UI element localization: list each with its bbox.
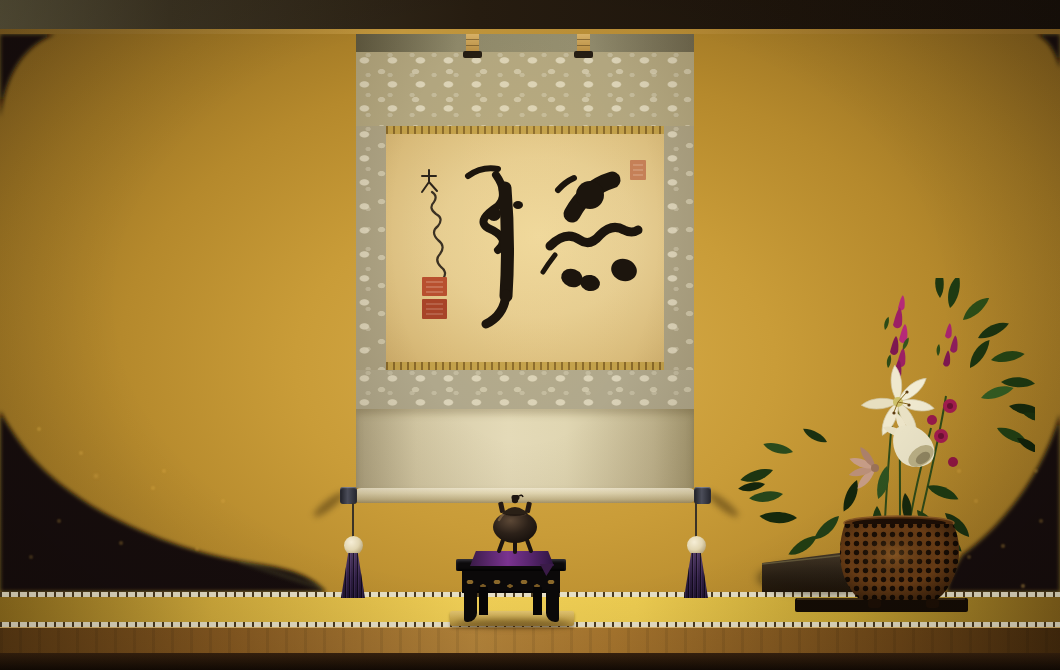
scroll-brocade-bottom xyxy=(356,370,694,409)
scroll-hanger-clip-left xyxy=(463,51,482,58)
fuchin-cord-left xyxy=(352,503,354,538)
fuchin-ball-right xyxy=(687,536,706,555)
koro-ear-left xyxy=(498,501,505,513)
scroll-lower-field xyxy=(356,409,694,488)
scroll-brocade-left xyxy=(356,126,386,409)
scroll-hanger-left xyxy=(466,33,479,52)
scroll-hanger-clip-right xyxy=(574,51,593,58)
basket-foot-left xyxy=(868,599,881,608)
wood-front-rail xyxy=(0,627,1060,656)
basket-foot-right xyxy=(926,599,939,608)
incense-burner xyxy=(485,494,545,556)
roller-knob-left xyxy=(340,487,357,504)
lion-finial xyxy=(512,495,524,503)
stand-leg-back-right xyxy=(533,587,542,615)
scroll-hanger-right xyxy=(577,33,590,52)
lintel-beam xyxy=(0,0,1060,30)
fuchin-ball-left xyxy=(344,536,363,555)
koro-lid xyxy=(502,507,528,514)
corner-seal xyxy=(630,160,646,180)
tokonoma-scene: 無事 xyxy=(0,0,1060,670)
stand-leg-front-right xyxy=(546,589,559,622)
character-ji xyxy=(468,168,523,324)
floor-shadow xyxy=(0,653,1060,670)
hanging-rail xyxy=(0,29,1060,34)
calligraphy-artwork xyxy=(386,134,664,362)
character-mu xyxy=(543,178,640,293)
scroll-brocade-top xyxy=(356,52,694,126)
scroll-ichimonji-bottom xyxy=(386,362,664,370)
scroll-brocade-right xyxy=(664,126,694,409)
ikebana-arrangement xyxy=(735,278,1035,628)
stand-leg-back-left xyxy=(479,587,488,615)
usuita-board xyxy=(795,598,968,612)
flower-basket xyxy=(840,516,959,608)
koro-ear-right xyxy=(525,501,532,513)
roller-knob-right xyxy=(694,487,711,504)
celosia-spike-right xyxy=(935,323,957,366)
lily-open xyxy=(861,365,935,438)
artist-seals xyxy=(422,277,447,319)
celosia-spike-main xyxy=(882,295,911,379)
scroll-top-section xyxy=(356,33,694,53)
fuchin-cord-right xyxy=(695,503,697,538)
stand-leg-front-left xyxy=(464,589,477,622)
scroll-ichimonji-top xyxy=(386,126,664,134)
signature-column xyxy=(422,170,445,288)
